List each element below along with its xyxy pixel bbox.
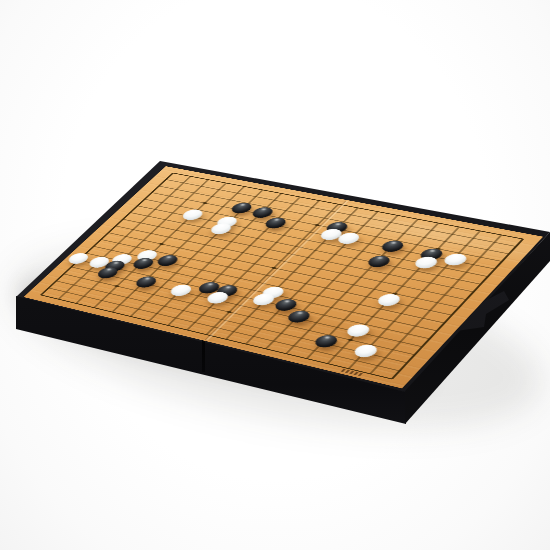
board-fold-seam-front: [202, 339, 205, 372]
product-photo-scene: [0, 0, 550, 550]
